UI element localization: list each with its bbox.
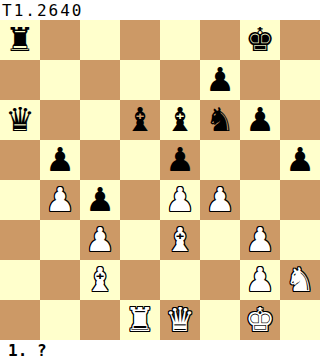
square-f3[interactable]: [200, 220, 240, 260]
white-pawn-e4[interactable]: ♟: [165, 180, 195, 220]
white-pawn-g3[interactable]: ♟: [245, 220, 275, 260]
square-a6[interactable]: ♛: [0, 100, 40, 140]
black-rook-a8[interactable]: ♜: [5, 20, 35, 60]
black-bishop-d6[interactable]: ♝: [125, 100, 155, 140]
square-c5[interactable]: [80, 140, 120, 180]
square-c3[interactable]: ♟: [80, 220, 120, 260]
white-knight-h2[interactable]: ♞: [285, 260, 315, 300]
square-c2[interactable]: ♝: [80, 260, 120, 300]
square-g3[interactable]: ♟: [240, 220, 280, 260]
square-d5[interactable]: [120, 140, 160, 180]
square-b1[interactable]: [40, 300, 80, 340]
white-pawn-b4[interactable]: ♟: [45, 180, 75, 220]
square-e1[interactable]: ♛: [160, 300, 200, 340]
square-b2[interactable]: [40, 260, 80, 300]
black-queen-a6[interactable]: ♛: [5, 100, 35, 140]
square-a1[interactable]: [0, 300, 40, 340]
square-f2[interactable]: [200, 260, 240, 300]
square-a4[interactable]: [0, 180, 40, 220]
square-e5[interactable]: ♟: [160, 140, 200, 180]
square-h4[interactable]: [280, 180, 320, 220]
square-b7[interactable]: [40, 60, 80, 100]
square-d3[interactable]: [120, 220, 160, 260]
square-f6[interactable]: ♞: [200, 100, 240, 140]
chess-board: ♜♚♟♛♝♝♞♟♟♟♟♟♟♟♟♟♝♟♝♟♞♜♛♚: [0, 20, 320, 340]
black-pawn-c4[interactable]: ♟: [85, 180, 115, 220]
square-c8[interactable]: [80, 20, 120, 60]
white-king-g1[interactable]: ♚: [245, 300, 275, 340]
black-pawn-e5[interactable]: ♟: [165, 140, 195, 180]
square-b8[interactable]: [40, 20, 80, 60]
square-e8[interactable]: [160, 20, 200, 60]
black-pawn-f7[interactable]: ♟: [205, 60, 235, 100]
square-b4[interactable]: ♟: [40, 180, 80, 220]
square-f8[interactable]: [200, 20, 240, 60]
square-f7[interactable]: ♟: [200, 60, 240, 100]
white-pawn-g2[interactable]: ♟: [245, 260, 275, 300]
square-g2[interactable]: ♟: [240, 260, 280, 300]
square-b3[interactable]: [40, 220, 80, 260]
square-c6[interactable]: [80, 100, 120, 140]
square-c4[interactable]: ♟: [80, 180, 120, 220]
square-d2[interactable]: [120, 260, 160, 300]
square-d8[interactable]: [120, 20, 160, 60]
white-queen-e1[interactable]: ♛: [165, 300, 195, 340]
square-e7[interactable]: [160, 60, 200, 100]
square-h2[interactable]: ♞: [280, 260, 320, 300]
square-g4[interactable]: [240, 180, 280, 220]
move-prompt: 1. ?: [8, 341, 47, 360]
puzzle-id: T1.2640: [2, 1, 83, 20]
square-g1[interactable]: ♚: [240, 300, 280, 340]
square-h3[interactable]: [280, 220, 320, 260]
square-h5[interactable]: ♟: [280, 140, 320, 180]
white-pawn-f4[interactable]: ♟: [205, 180, 235, 220]
white-bishop-c2[interactable]: ♝: [85, 260, 115, 300]
square-h7[interactable]: [280, 60, 320, 100]
square-f5[interactable]: [200, 140, 240, 180]
black-knight-f6[interactable]: ♞: [205, 100, 235, 140]
white-rook-d1[interactable]: ♜: [125, 300, 155, 340]
footer-bar: 1. ?: [0, 340, 320, 360]
black-pawn-g6[interactable]: ♟: [245, 100, 275, 140]
black-pawn-b5[interactable]: ♟: [45, 140, 75, 180]
square-g8[interactable]: ♚: [240, 20, 280, 60]
white-pawn-c3[interactable]: ♟: [85, 220, 115, 260]
square-b5[interactable]: ♟: [40, 140, 80, 180]
black-pawn-h5[interactable]: ♟: [285, 140, 315, 180]
square-a8[interactable]: ♜: [0, 20, 40, 60]
square-f4[interactable]: ♟: [200, 180, 240, 220]
square-g5[interactable]: [240, 140, 280, 180]
square-e2[interactable]: [160, 260, 200, 300]
square-a2[interactable]: [0, 260, 40, 300]
square-h8[interactable]: [280, 20, 320, 60]
square-g6[interactable]: ♟: [240, 100, 280, 140]
square-f1[interactable]: [200, 300, 240, 340]
black-bishop-e6[interactable]: ♝: [165, 100, 195, 140]
square-e6[interactable]: ♝: [160, 100, 200, 140]
square-d4[interactable]: [120, 180, 160, 220]
square-g7[interactable]: [240, 60, 280, 100]
square-d1[interactable]: ♜: [120, 300, 160, 340]
square-a7[interactable]: [0, 60, 40, 100]
square-h1[interactable]: [280, 300, 320, 340]
square-d7[interactable]: [120, 60, 160, 100]
white-bishop-e3[interactable]: ♝: [165, 220, 195, 260]
chess-puzzle-window: T1.2640 ♜♚♟♛♝♝♞♟♟♟♟♟♟♟♟♟♝♟♝♟♞♜♛♚ 1. ?: [0, 0, 320, 360]
black-king-g8[interactable]: ♚: [245, 20, 275, 60]
title-bar: T1.2640: [0, 0, 320, 20]
square-e3[interactable]: ♝: [160, 220, 200, 260]
square-c1[interactable]: [80, 300, 120, 340]
square-h6[interactable]: [280, 100, 320, 140]
square-d6[interactable]: ♝: [120, 100, 160, 140]
square-e4[interactable]: ♟: [160, 180, 200, 220]
square-a3[interactable]: [0, 220, 40, 260]
square-a5[interactable]: [0, 140, 40, 180]
square-b6[interactable]: [40, 100, 80, 140]
square-c7[interactable]: [80, 60, 120, 100]
